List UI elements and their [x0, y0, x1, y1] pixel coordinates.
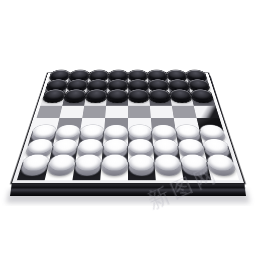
square-r8c5[interactable] — [128, 162, 156, 180]
piece-top — [167, 70, 187, 79]
board-front-edge — [10, 182, 246, 196]
piece-top — [129, 89, 149, 99]
piece-top — [102, 155, 127, 171]
square-r3c2[interactable] — [62, 94, 86, 105]
square-r4c8[interactable] — [194, 106, 220, 118]
checkers-board-icon: 新图网 — [0, 0, 256, 256]
square-r3c3[interactable] — [84, 94, 107, 105]
square-r3c1[interactable] — [40, 94, 65, 105]
black-piece[interactable] — [149, 94, 172, 105]
piece-top — [103, 139, 127, 153]
black-piece[interactable] — [170, 94, 194, 105]
square-r4c4[interactable] — [105, 106, 128, 118]
piece-top — [107, 89, 127, 99]
piece-top — [153, 139, 178, 153]
piece-top — [129, 79, 148, 88]
black-piece[interactable] — [84, 94, 107, 105]
black-piece[interactable] — [128, 94, 150, 105]
piece-top — [149, 89, 170, 99]
piece-top — [104, 125, 127, 138]
black-piece[interactable] — [106, 94, 128, 105]
square-r4c6[interactable] — [150, 106, 174, 118]
white-piece[interactable] — [72, 162, 101, 180]
white-piece[interactable] — [128, 162, 156, 180]
piece-top — [129, 70, 147, 79]
black-piece[interactable] — [62, 94, 86, 105]
square-r3c7[interactable] — [170, 94, 194, 105]
white-piece[interactable] — [207, 162, 239, 180]
piece-top — [149, 79, 169, 88]
white-piece[interactable] — [154, 162, 183, 180]
square-r3c4[interactable] — [106, 94, 128, 105]
white-piece[interactable] — [100, 162, 128, 180]
square-r8c2[interactable] — [45, 162, 76, 180]
piece-top — [148, 70, 167, 79]
board-surface — [12, 73, 244, 183]
white-piece[interactable] — [45, 162, 76, 180]
square-r4c7[interactable] — [172, 106, 197, 118]
piece-top — [109, 70, 127, 79]
square-r8c6[interactable] — [154, 162, 183, 180]
board-grid — [17, 74, 239, 180]
square-r4c5[interactable] — [128, 106, 151, 118]
square-r8c8[interactable] — [207, 162, 239, 180]
piece-top — [108, 79, 127, 88]
black-piece[interactable] — [191, 94, 216, 105]
square-r8c4[interactable] — [100, 162, 128, 180]
piece-top — [168, 79, 189, 88]
square-r4c1[interactable] — [37, 106, 63, 118]
square-r3c5[interactable] — [128, 94, 150, 105]
square-r4c2[interactable] — [59, 106, 84, 118]
square-r3c8[interactable] — [191, 94, 216, 105]
square-r3c6[interactable] — [149, 94, 172, 105]
square-r4c3[interactable] — [82, 106, 106, 118]
black-piece[interactable] — [40, 94, 65, 105]
piece-top — [152, 125, 176, 138]
square-r8c3[interactable] — [72, 162, 101, 180]
